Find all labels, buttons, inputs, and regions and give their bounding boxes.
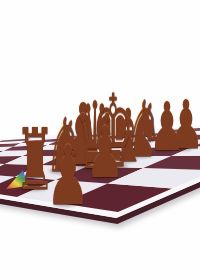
chess-piece-pawn: ♟ xyxy=(86,117,124,188)
chess-piece-pawn: ♟ xyxy=(46,135,90,217)
chess-set-product-photo: ♟♟♞♝♟♚♛♞♟♜♟ Product photo of a wooden ch… xyxy=(0,0,200,280)
pieces-layer: ♟♟♞♝♟♚♛♞♟♜♟ xyxy=(0,0,200,280)
